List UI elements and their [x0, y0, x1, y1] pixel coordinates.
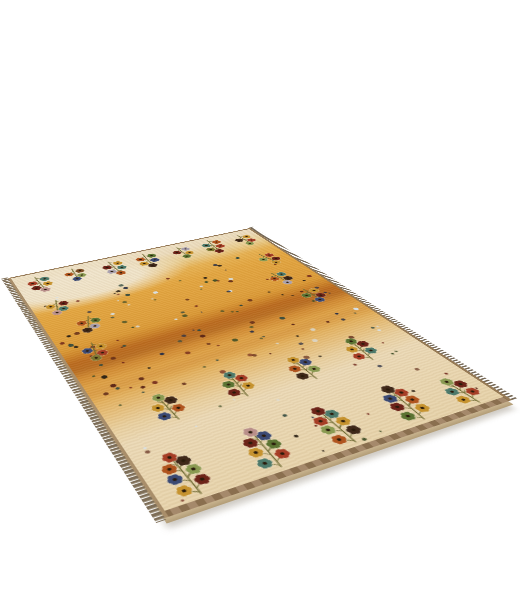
- flower: [245, 446, 267, 460]
- speckle: [293, 434, 299, 438]
- speckle: [216, 344, 220, 346]
- speckle: [73, 332, 80, 336]
- speckle: [246, 353, 253, 357]
- speckle: [87, 311, 93, 314]
- speckle: [334, 313, 339, 315]
- speckle: [281, 294, 284, 296]
- flower: [210, 239, 223, 244]
- flower-sprig: [276, 353, 329, 383]
- speckle: [379, 430, 382, 432]
- speckle: [276, 399, 280, 401]
- speckle: [203, 277, 208, 279]
- speckle: [115, 387, 121, 390]
- flower-sprig: [230, 423, 298, 472]
- speckle: [299, 291, 304, 293]
- speckle: [220, 310, 225, 313]
- speckle: [224, 269, 227, 270]
- speckle: [131, 326, 135, 328]
- speckle: [115, 290, 121, 293]
- speckle: [122, 301, 128, 304]
- speckle: [184, 351, 191, 355]
- speckle: [232, 399, 235, 401]
- speckle: [73, 345, 79, 348]
- speckle: [325, 321, 330, 323]
- flower: [155, 410, 175, 422]
- flower: [343, 345, 361, 354]
- speckle: [301, 348, 305, 350]
- speckle: [376, 329, 381, 331]
- speckle: [194, 305, 198, 307]
- speckle: [121, 320, 128, 323]
- speckle: [261, 336, 265, 338]
- flower: [299, 292, 314, 299]
- flower: [76, 320, 87, 326]
- flower: [253, 456, 276, 470]
- speckle: [127, 304, 130, 306]
- flower: [74, 268, 86, 273]
- speckle: [199, 285, 204, 287]
- speckle: [197, 329, 202, 332]
- speckle: [66, 335, 72, 338]
- flower-sprig: [79, 341, 112, 363]
- speckle: [298, 342, 305, 345]
- flower-sprig: [262, 270, 300, 287]
- speckle: [147, 367, 151, 369]
- flower-sprig: [197, 239, 232, 255]
- speckle: [59, 342, 65, 345]
- speckle: [259, 337, 264, 339]
- speckle: [302, 280, 306, 282]
- speckle: [166, 278, 171, 280]
- speckle: [322, 450, 325, 452]
- speckle: [278, 316, 286, 320]
- flower-sprig: [335, 336, 386, 363]
- speckle: [206, 342, 212, 345]
- speckle: [230, 311, 234, 313]
- speckle: [204, 281, 209, 283]
- speckle: [92, 375, 96, 377]
- speckle: [109, 383, 117, 388]
- speckle: [140, 385, 146, 389]
- flower: [45, 304, 56, 310]
- speckle: [135, 325, 140, 328]
- speckle: [129, 387, 133, 389]
- speckle: [55, 297, 59, 299]
- speckle: [181, 334, 187, 337]
- speckle: [282, 414, 288, 418]
- speckle: [218, 405, 223, 408]
- speckle: [216, 264, 222, 267]
- flower: [94, 342, 108, 350]
- flower: [269, 259, 283, 265]
- speckle: [174, 318, 178, 320]
- speckle: [98, 364, 103, 367]
- speckle: [267, 291, 271, 293]
- flower: [312, 296, 327, 303]
- speckle: [195, 425, 198, 427]
- speckle: [249, 330, 255, 333]
- speckle: [227, 278, 234, 281]
- speckle: [138, 377, 145, 381]
- speckle: [110, 313, 116, 316]
- speckle: [239, 304, 243, 306]
- speckle: [411, 390, 417, 393]
- flower: [280, 279, 295, 285]
- flower: [90, 317, 101, 323]
- speckle: [275, 342, 279, 344]
- flower: [63, 272, 75, 278]
- speckle: [444, 372, 449, 375]
- speckle: [340, 318, 346, 321]
- speckle: [311, 339, 319, 343]
- speckle: [199, 334, 207, 338]
- flower-sprig: [140, 390, 193, 425]
- speckle: [318, 355, 323, 357]
- speckle: [185, 298, 190, 301]
- speckle: [180, 499, 185, 502]
- speckle: [152, 291, 159, 294]
- flower: [243, 241, 256, 246]
- flower: [134, 257, 147, 263]
- flower-sprig: [369, 382, 439, 424]
- speckle: [328, 292, 331, 293]
- speckle: [212, 264, 218, 267]
- flower: [233, 238, 246, 243]
- speckle: [110, 356, 117, 360]
- speckle: [116, 293, 120, 295]
- speckle: [231, 338, 239, 342]
- flower: [441, 386, 462, 397]
- speckle: [116, 300, 119, 302]
- speckle: [122, 362, 125, 364]
- speckle: [361, 437, 368, 441]
- speckle: [151, 380, 158, 384]
- speckle: [291, 295, 295, 297]
- speckle: [76, 300, 81, 302]
- speckle: [309, 328, 317, 332]
- flower: [81, 347, 95, 355]
- flower-sprig: [44, 299, 71, 317]
- speckle: [159, 352, 165, 355]
- speckle: [202, 366, 207, 369]
- speckle: [180, 311, 186, 314]
- speckle: [370, 327, 376, 330]
- speckle: [235, 257, 240, 259]
- flower: [172, 483, 196, 499]
- speckle: [381, 342, 384, 344]
- speckle: [118, 404, 122, 406]
- speckle: [394, 350, 398, 352]
- speckle: [123, 287, 129, 290]
- speckle: [366, 413, 370, 415]
- flower-sprig: [149, 447, 219, 501]
- speckle: [181, 314, 188, 317]
- speckle: [181, 382, 187, 385]
- flower-sprig: [132, 252, 166, 269]
- product-photo-stage: [0, 0, 520, 600]
- speckle: [116, 340, 119, 342]
- speckle: [113, 293, 116, 294]
- speckle: [153, 299, 157, 301]
- flower: [257, 257, 271, 263]
- speckle: [295, 335, 299, 337]
- speckle: [192, 329, 195, 331]
- speckle: [306, 275, 313, 278]
- flower-sprig: [24, 275, 60, 295]
- speckle: [352, 363, 357, 366]
- flower: [453, 394, 475, 405]
- speckle: [177, 340, 183, 343]
- speckle: [118, 284, 125, 287]
- speckle: [376, 326, 379, 328]
- speckle: [144, 450, 151, 455]
- speckle: [291, 323, 296, 325]
- flower: [267, 276, 281, 282]
- speckle: [200, 288, 203, 289]
- flower: [58, 300, 69, 306]
- gabbeh-rug: [8, 228, 512, 518]
- speckle: [103, 392, 110, 396]
- speckle: [100, 375, 108, 379]
- speckle: [215, 359, 219, 361]
- speckle: [235, 311, 239, 313]
- flower-sprig: [97, 259, 134, 277]
- speckle: [110, 316, 115, 318]
- flower-sprig: [229, 233, 262, 246]
- speckle: [247, 299, 254, 302]
- flower-sprig: [252, 251, 288, 266]
- speckle: [323, 292, 327, 294]
- flower: [145, 253, 158, 258]
- flower: [225, 387, 244, 397]
- speckle: [376, 364, 383, 367]
- speckle: [178, 280, 181, 281]
- speckle: [151, 298, 154, 300]
- flower: [362, 346, 381, 355]
- flower-sprig: [212, 369, 262, 400]
- speckle: [142, 447, 147, 450]
- flower: [285, 364, 304, 374]
- speckle: [353, 312, 357, 314]
- speckle: [142, 391, 145, 393]
- flower-sprig: [76, 315, 101, 333]
- flower: [41, 280, 55, 286]
- speckle: [67, 343, 74, 347]
- speckle: [352, 307, 359, 310]
- rug-decor-layer: [8, 228, 512, 518]
- speckle: [200, 311, 203, 312]
- speckle: [125, 293, 131, 296]
- speckle: [249, 326, 255, 329]
- speckle: [413, 368, 420, 371]
- flower-sprig: [299, 402, 371, 448]
- flower-sprig: [168, 245, 200, 259]
- flower-sprig: [61, 267, 90, 283]
- speckle: [269, 353, 272, 355]
- speckle: [265, 278, 269, 280]
- speckle: [390, 353, 394, 355]
- speckle: [227, 280, 233, 283]
- speckle: [249, 321, 256, 324]
